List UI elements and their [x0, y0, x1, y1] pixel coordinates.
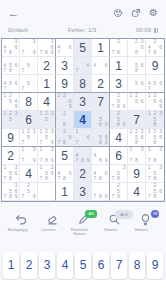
cell-r8c6[interactable]: 4678 [92, 165, 110, 183]
cell-r6c1[interactable]: 9 [2, 129, 20, 147]
given-value: 9 [133, 167, 140, 181]
numpad-key-7[interactable]: 7 [111, 252, 127, 279]
numpad-key-3[interactable]: 3 [39, 252, 55, 279]
pencil-notes: 13789 [38, 147, 55, 164]
pause-button[interactable] [154, 28, 158, 33]
cell-r9c3[interactable] [38, 183, 56, 201]
given-value: 3 [79, 95, 86, 109]
selected-cell-value: 4 [79, 113, 86, 127]
cell-r9c4[interactable]: 1 [56, 183, 74, 201]
numpad-key-2[interactable]: 2 [21, 252, 37, 279]
cell-r9c7[interactable]: 2578 [110, 183, 128, 201]
status-bar: Einfach Fehler: 1/3 00:09 [0, 27, 166, 33]
cell-r8c2[interactable]: 4 [20, 165, 38, 183]
cell-r3c4[interactable]: 9 [56, 75, 74, 93]
pencil-notes: 123579 [38, 129, 55, 146]
pencil-notes: 123568 [128, 129, 145, 146]
cell-r2c9[interactable]: 9 [146, 57, 164, 75]
timer-value: 00:09 [136, 27, 151, 33]
pencil-notes: 46 [92, 57, 109, 74]
cell-r7c1[interactable]: 2 [2, 147, 20, 165]
pencil-notes: 167 [74, 129, 91, 146]
cell-r9c5[interactable]: 3 [74, 183, 92, 201]
cell-r1c7[interactable]: 278 [110, 39, 128, 57]
cell-r6c4[interactable]: 2678 [56, 129, 74, 147]
cell-r7c4[interactable]: 5 [56, 147, 74, 165]
pencil-notes: 36789 [38, 39, 55, 56]
bottom-toolbar: RückgängigLöschenErweiterte NotizenANNot… [0, 213, 166, 242]
pencil-notes: 28 [56, 111, 73, 128]
cell-r5c6[interactable]: 589 [92, 111, 110, 129]
undo-icon [15, 213, 28, 226]
settings-gear-icon[interactable]: ⚙ [149, 8, 158, 18]
cell-r2c4[interactable]: 3 [56, 57, 74, 75]
difficulty-label: Einfach [8, 27, 28, 33]
cell-r6c7[interactable]: 4 [110, 129, 128, 147]
pencil-notes: 12569 [2, 93, 19, 110]
cell-r8c8[interactable]: 9 [128, 165, 146, 183]
pencil-notes: 2589 [110, 111, 127, 128]
tool-label: Löschen [34, 228, 62, 232]
cell-r5c8[interactable]: 7 [128, 111, 146, 129]
cell-r5c4[interactable]: 28 [56, 111, 74, 129]
topbar-icons: ⚙ [113, 8, 158, 18]
back-button[interactable]: ← [8, 8, 19, 19]
pencil-notes: 1269 [56, 93, 73, 110]
pencil-notes: 4567 [147, 75, 164, 92]
pencil-notes: 379 [20, 39, 37, 56]
cell-r1c5[interactable]: 5 [74, 39, 92, 57]
cell-r3c3[interactable]: 1 [38, 75, 56, 93]
pencil-notes: 789 [92, 183, 109, 200]
cell-r6c9[interactable]: 123568 [146, 129, 164, 147]
cell-r6c8[interactable]: 123568 [128, 129, 146, 147]
given-value: 1 [97, 41, 104, 55]
given-value: 1 [43, 77, 50, 91]
given-value: 6 [115, 149, 122, 163]
given-value: 3 [115, 77, 122, 91]
tool-label: Hinweis [127, 228, 155, 232]
given-value: 7 [97, 95, 104, 109]
cell-r1c4[interactable]: 467 [56, 39, 74, 57]
cell-r7c7[interactable]: 6 [110, 147, 128, 165]
theme-palette-icon[interactable] [113, 8, 123, 18]
pencil-notes: 489 [92, 147, 109, 164]
numpad-key-4[interactable]: 4 [57, 252, 73, 279]
pencil-notes: 4789 [74, 147, 91, 164]
cell-r6c2[interactable]: 12357 [20, 129, 38, 147]
given-value: 9 [61, 77, 68, 91]
cell-r3c1[interactable]: 4567 [2, 75, 20, 93]
numpad-key-9[interactable]: 9 [147, 252, 163, 279]
given-value: 9 [7, 131, 14, 145]
cell-r3c8[interactable]: 56 [128, 75, 146, 93]
given-value: 7 [133, 113, 140, 127]
given-value: 4 [43, 95, 50, 109]
cell-r1c8[interactable]: 2368 [128, 39, 146, 57]
cell-r2c6[interactable]: 46 [92, 57, 110, 75]
tool-bulb[interactable]: Hinweis99 [130, 213, 160, 242]
pencil-notes: 123568 [147, 129, 164, 146]
cell-r9c9[interactable]: 25678 [146, 183, 164, 201]
cell-r1c3[interactable]: 36789 [38, 39, 56, 57]
tool-notes[interactable]: NotizenAUS [99, 213, 129, 242]
cell-r5c5[interactable]: 4 [74, 111, 92, 129]
cell-r5c1[interactable]: 1235 [2, 111, 20, 129]
given-value: 2 [97, 77, 104, 91]
pencil-notes: 24678 [147, 39, 164, 56]
tool-eraser[interactable]: Löschen [37, 213, 67, 242]
pencil-notes: 4678 [92, 165, 109, 182]
cell-r9c1[interactable]: 356789 [2, 183, 20, 201]
cell-r2c8[interactable]: 568 [128, 57, 146, 75]
cell-r2c2[interactable]: 57 [20, 57, 38, 75]
numpad-key-8[interactable]: 8 [129, 252, 145, 279]
given-value: 3 [79, 185, 86, 199]
pencil-notes: 1235 [2, 111, 19, 128]
cell-r5c7[interactable]: 2589 [110, 111, 128, 129]
pencil-notes: 4567 [2, 75, 19, 92]
pencil-notes: 13578 [147, 165, 164, 182]
cell-r3c9[interactable]: 4567 [146, 75, 164, 93]
pencil-notes: 25789 [110, 93, 127, 110]
number-pad: 123456789 [0, 252, 166, 279]
numpad-key-5[interactable]: 5 [75, 252, 91, 279]
given-value: 1 [115, 59, 122, 73]
tool-badge: 99 [151, 210, 159, 218]
pencil-notes: 57 [20, 57, 37, 74]
sudoku-app: ← ⚙ Einfach Fehler: 1/3 00:09 3467837936… [0, 0, 166, 296]
pencil-notes: 25678 [147, 183, 164, 200]
cell-r2c7[interactable]: 1 [110, 57, 128, 75]
given-value: 4 [25, 167, 32, 181]
bulb-icon [139, 213, 152, 226]
cell-r4c3[interactable]: 4 [38, 93, 56, 111]
pencil-notes: 12357 [20, 129, 37, 146]
cell-r7c5[interactable]: 4789 [74, 147, 92, 165]
pencil-notes: 2368 [128, 39, 145, 56]
pencil-notes: 34678 [2, 39, 19, 56]
cell-r6c3[interactable]: 123579 [38, 129, 56, 147]
cell-r3c2[interactable]: 57 [20, 75, 38, 93]
tool-advanced-notes[interactable]: Erweiterte NotizenAN [68, 213, 98, 242]
cell-r1c2[interactable]: 379 [20, 39, 38, 57]
cell-r2c5[interactable]: 67 [74, 57, 92, 75]
tool-label: Erweiterte Notizen [65, 228, 93, 237]
cell-r8c7[interactable]: 3578 [110, 165, 128, 183]
cell-r6c6[interactable]: 5689 [92, 129, 110, 147]
cell-r8c4[interactable]: 4678 [56, 165, 74, 183]
cell-r2c1[interactable]: 45678 [2, 57, 20, 75]
cell-r4c5[interactable]: 3 [74, 93, 92, 111]
tool-label: Rückgängig [3, 228, 31, 232]
pencil-notes: 5689 [92, 129, 109, 146]
errors-counter: Fehler: 1/3 [68, 27, 97, 33]
pencil-notes: 356789 [2, 183, 19, 200]
cell-r4c7[interactable]: 25789 [110, 93, 128, 111]
pencil-notes: 1378 [128, 147, 145, 164]
cell-r3c5[interactable]: 8 [74, 75, 92, 93]
cell-r2c3[interactable]: 2 [38, 57, 56, 75]
given-value: 5 [79, 41, 86, 55]
given-value: 6 [25, 113, 32, 127]
cell-r7c6[interactable]: 489 [92, 147, 110, 165]
cell-r3c6[interactable]: 2 [92, 75, 110, 93]
sudoku-board: 3467837936789467512782368246784567857236… [1, 38, 165, 202]
cell-r1c6[interactable]: 1 [92, 39, 110, 57]
numpad-key-6[interactable]: 6 [93, 252, 109, 279]
given-value: 8 [25, 95, 32, 109]
given-value: 5 [61, 149, 68, 163]
pencil-notes: 12569 [147, 93, 164, 110]
given-value: 2 [7, 149, 14, 163]
pencil-notes: 135678 [2, 165, 19, 182]
cell-r5c2[interactable]: 6 [20, 111, 38, 129]
cell-r1c1[interactable]: 34678 [2, 39, 20, 57]
cell-r8c5[interactable]: 2 [74, 165, 92, 183]
pencil-notes: 1379 [20, 147, 37, 164]
pencil-notes: 1235 [38, 111, 55, 128]
top-bar: ← ⚙ [0, 0, 166, 20]
tool-badge: AN [85, 210, 97, 218]
pencil-notes: 589 [92, 111, 109, 128]
tool-label: Notizen [96, 228, 124, 232]
given-value: 3 [61, 59, 68, 73]
cell-r7c8[interactable]: 1378 [128, 147, 146, 165]
pencil-notes: 2579 [20, 183, 37, 200]
cell-r4c6[interactable]: 7 [92, 93, 110, 111]
pencil-notes: 12358 [147, 111, 164, 128]
cell-r8c1[interactable]: 135678 [2, 165, 20, 183]
pencil-notes: 1378 [147, 147, 164, 164]
cell-r4c1[interactable]: 12569 [2, 93, 20, 111]
pencil-notes: 67 [74, 57, 91, 74]
eraser-icon [46, 213, 59, 226]
tool-undo[interactable]: Rückgängig [6, 213, 36, 242]
cell-r7c2[interactable]: 1379 [20, 147, 38, 165]
expand-icon[interactable] [131, 8, 141, 18]
cell-r8c9[interactable]: 13578 [146, 165, 164, 183]
pencil-notes: 278 [110, 39, 127, 56]
cell-r9c8[interactable]: 4 [128, 183, 146, 201]
pencil-notes: 467 [56, 39, 73, 56]
cell-r9c2[interactable]: 2579 [20, 183, 38, 201]
numpad-key-1[interactable]: 1 [3, 252, 19, 279]
pencil-notes: 57 [20, 75, 37, 92]
pencil-notes: 3578 [110, 165, 127, 182]
cell-r4c4[interactable]: 1269 [56, 93, 74, 111]
cell-r4c9[interactable]: 12569 [146, 93, 164, 111]
cell-r6c5[interactable]: 167 [74, 129, 92, 147]
cell-r4c8[interactable]: 1256 [128, 93, 146, 111]
pencil-notes: 4678 [56, 165, 73, 182]
given-value: 4 [115, 131, 122, 145]
cell-r7c9[interactable]: 1378 [146, 147, 164, 165]
pencil-notes: 2678 [56, 129, 73, 146]
cell-r4c2[interactable]: 8 [20, 93, 38, 111]
given-value: 2 [79, 167, 86, 181]
pencil-notes: 568 [128, 57, 145, 74]
pencil-notes: 2578 [110, 183, 127, 200]
pencil-notes: 56 [128, 75, 145, 92]
given-value: 1 [61, 185, 68, 199]
cell-r8c3[interactable]: 135678 [38, 165, 56, 183]
given-value: 9 [152, 59, 159, 73]
given-value: 2 [43, 59, 50, 73]
cell-r5c9[interactable]: 12358 [146, 111, 164, 129]
banner-area [0, 280, 166, 296]
pencil-notes: 135678 [38, 165, 55, 182]
cell-r7c3[interactable]: 13789 [38, 147, 56, 165]
pencil-notes: 1256 [128, 93, 145, 110]
given-value: 8 [79, 77, 86, 91]
given-value: 4 [133, 185, 140, 199]
cell-r9c6[interactable]: 789 [92, 183, 110, 201]
cell-r1c9[interactable]: 24678 [146, 39, 164, 57]
timer-wrap: 00:09 [136, 27, 158, 33]
pencil-notes: 45678 [2, 57, 19, 74]
cell-r5c3[interactable]: 1235 [38, 111, 56, 129]
cell-r3c7[interactable]: 3 [110, 75, 128, 93]
